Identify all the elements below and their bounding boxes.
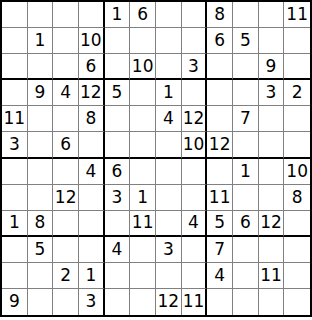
cell-r1c11[interactable] [259,2,285,28]
cell-r12c5[interactable] [105,289,131,315]
cell-r11c6[interactable] [130,263,156,289]
cell-r12c7-given: 12 [156,289,182,315]
cell-r4c11-given: 3 [259,80,285,106]
cell-r9c9-given: 5 [207,211,233,237]
cell-r10c6[interactable] [130,237,156,263]
cell-r5c2[interactable] [28,106,54,132]
cell-r3c4-given: 6 [79,54,105,80]
cell-r4c4-given: 12 [79,80,105,106]
cell-r8c5-given: 3 [105,185,131,211]
cell-r1c7[interactable] [156,2,182,28]
cell-r11c7[interactable] [156,263,182,289]
cell-r2c8[interactable] [182,28,208,54]
cell-r4c12-given: 2 [284,80,310,106]
cell-r6c3-given: 6 [53,132,79,158]
cell-r4c3-given: 4 [53,80,79,106]
cell-r11c3-given: 2 [53,263,79,289]
cell-r12c12[interactable] [284,289,310,315]
cell-r1c1[interactable] [2,2,28,28]
cell-r1c3[interactable] [53,2,79,28]
cell-r3c9[interactable] [207,54,233,80]
cell-r6c2[interactable] [28,132,54,158]
cell-r6c7[interactable] [156,132,182,158]
cell-r8c11[interactable] [259,185,285,211]
cell-r4c8[interactable] [182,80,208,106]
cell-r3c1[interactable] [2,54,28,80]
cell-r5c7-given: 4 [156,106,182,132]
cell-r11c12[interactable] [284,263,310,289]
cell-r3c3[interactable] [53,54,79,80]
cell-r6c4[interactable] [79,132,105,158]
cell-r9c1-given: 1 [2,211,28,237]
cell-r1c8[interactable] [182,2,208,28]
cell-r7c9[interactable] [207,159,233,185]
cell-r7c12-given: 10 [284,159,310,185]
cell-r10c12[interactable] [284,237,310,263]
cell-r9c3[interactable] [53,211,79,237]
cell-r9c10-given: 6 [233,211,259,237]
cell-r7c6[interactable] [130,159,156,185]
cell-r3c6-given: 10 [130,54,156,80]
cell-r6c8-given: 10 [182,132,208,158]
cell-r7c11[interactable] [259,159,285,185]
cell-r12c10[interactable] [233,289,259,315]
cell-r9c4[interactable] [79,211,105,237]
cell-r6c10[interactable] [233,132,259,158]
cell-r2c2-given: 1 [28,28,54,54]
cell-r10c7-given: 3 [156,237,182,263]
cell-r5c5[interactable] [105,106,131,132]
cell-r7c10-given: 1 [233,159,259,185]
cell-r9c11-given: 12 [259,211,285,237]
cell-r12c6[interactable] [130,289,156,315]
cell-r8c3-given: 12 [53,185,79,211]
cell-r4c10[interactable] [233,80,259,106]
cell-r4c1[interactable] [2,80,28,106]
cell-r5c1-given: 11 [2,106,28,132]
cell-r4c2-given: 9 [28,80,54,106]
cell-r6c11[interactable] [259,132,285,158]
cell-r9c7[interactable] [156,211,182,237]
cell-r1c10[interactable] [233,2,259,28]
cell-r7c1[interactable] [2,159,28,185]
cell-r3c12[interactable] [284,54,310,80]
cell-r1c2[interactable] [28,2,54,28]
cell-r7c3[interactable] [53,159,79,185]
cell-r5c10-given: 7 [233,106,259,132]
cell-r3c10[interactable] [233,54,259,80]
cell-r6c1-given: 3 [2,132,28,158]
cell-r11c11-given: 11 [259,263,285,289]
cell-r2c7[interactable] [156,28,182,54]
cell-r1c4[interactable] [79,2,105,28]
cell-r2c11[interactable] [259,28,285,54]
cell-r8c8[interactable] [182,185,208,211]
cell-r5c11[interactable] [259,106,285,132]
cell-r9c6-given: 11 [130,211,156,237]
cell-r8c1[interactable] [2,185,28,211]
cell-r5c3[interactable] [53,106,79,132]
cell-r11c4-given: 1 [79,263,105,289]
cell-r10c9-given: 7 [207,237,233,263]
cell-r11c5[interactable] [105,263,131,289]
cell-r1c9-given: 8 [207,2,233,28]
cell-r11c2[interactable] [28,263,54,289]
cell-r3c8-given: 3 [182,54,208,80]
cell-r12c8-given: 11 [182,289,208,315]
cell-r1c6-given: 6 [130,2,156,28]
cell-r12c2[interactable] [28,289,54,315]
cell-r8c7[interactable] [156,185,182,211]
cell-r3c7[interactable] [156,54,182,80]
cell-r1c12-given: 11 [284,2,310,28]
cell-r7c8[interactable] [182,159,208,185]
cell-r12c3[interactable] [53,289,79,315]
cell-r7c4-given: 4 [79,159,105,185]
cell-r10c11[interactable] [259,237,285,263]
cell-r11c9-given: 4 [207,263,233,289]
cell-r10c5-given: 4 [105,237,131,263]
cell-r6c12[interactable] [284,132,310,158]
cell-r10c8[interactable] [182,237,208,263]
cell-r5c6[interactable] [130,106,156,132]
cell-r9c8-given: 4 [182,211,208,237]
cell-r10c2-given: 5 [28,237,54,263]
cell-r2c12[interactable] [284,28,310,54]
cell-r5c8-given: 12 [182,106,208,132]
cell-r7c5-given: 6 [105,159,131,185]
cell-r8c12-given: 8 [284,185,310,211]
cell-r12c11[interactable] [259,289,285,315]
cell-r6c5[interactable] [105,132,131,158]
cell-r11c10[interactable] [233,263,259,289]
cell-r10c10[interactable] [233,237,259,263]
cell-r4c5-given: 5 [105,80,131,106]
cell-r10c1[interactable] [2,237,28,263]
cell-r8c2[interactable] [28,185,54,211]
cell-r8c9-given: 11 [207,185,233,211]
cell-r11c1[interactable] [2,263,28,289]
cell-r7c2[interactable] [28,159,54,185]
cell-r4c9[interactable] [207,80,233,106]
cell-r12c4-given: 3 [79,289,105,315]
cell-r10c4[interactable] [79,237,105,263]
cell-r2c4-given: 10 [79,28,105,54]
cell-r9c5[interactable] [105,211,131,237]
cell-r3c5[interactable] [105,54,131,80]
cell-r5c4-given: 8 [79,106,105,132]
cell-r9c12[interactable] [284,211,310,237]
cell-r6c9-given: 12 [207,132,233,158]
cell-r5c12[interactable] [284,106,310,132]
sudoku-board: 1681111065610399412513211841273610124611… [0,0,312,317]
cell-r2c10-given: 5 [233,28,259,54]
cell-r5c9[interactable] [207,106,233,132]
cell-r11c8[interactable] [182,263,208,289]
cell-r2c9-given: 6 [207,28,233,54]
cell-r12c1-given: 9 [2,289,28,315]
cell-r8c10[interactable] [233,185,259,211]
cell-r3c2[interactable] [28,54,54,80]
cell-r10c3[interactable] [53,237,79,263]
cell-r1c5-given: 1 [105,2,131,28]
cell-r8c4[interactable] [79,185,105,211]
cell-r4c6[interactable] [130,80,156,106]
cell-r9c2-given: 8 [28,211,54,237]
cell-r2c1[interactable] [2,28,28,54]
cell-r2c5[interactable] [105,28,131,54]
cell-r7c7[interactable] [156,159,182,185]
cell-r3c11-given: 9 [259,54,285,80]
cell-r6c6[interactable] [130,132,156,158]
cell-r4c7-given: 1 [156,80,182,106]
cell-r2c6[interactable] [130,28,156,54]
cell-r8c6-given: 1 [130,185,156,211]
cell-r2c3[interactable] [53,28,79,54]
cell-r12c9[interactable] [207,289,233,315]
